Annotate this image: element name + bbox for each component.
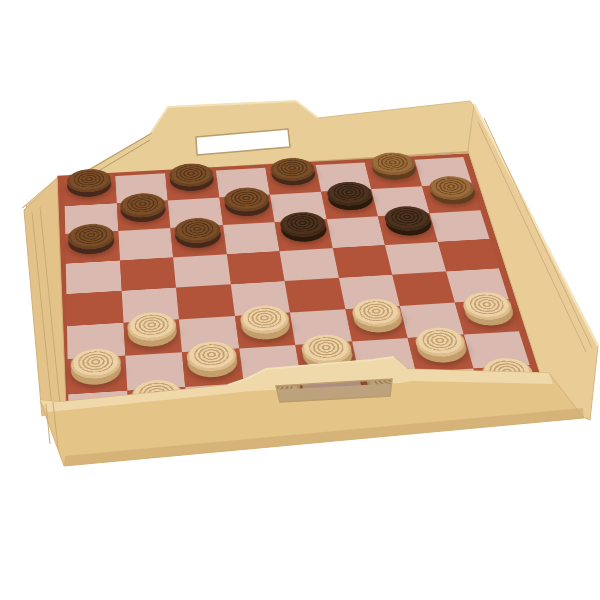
checkers-tray-photo	[0, 0, 600, 600]
tray-front-walls-layer	[0, 0, 600, 600]
left-wall	[24, 178, 66, 416]
